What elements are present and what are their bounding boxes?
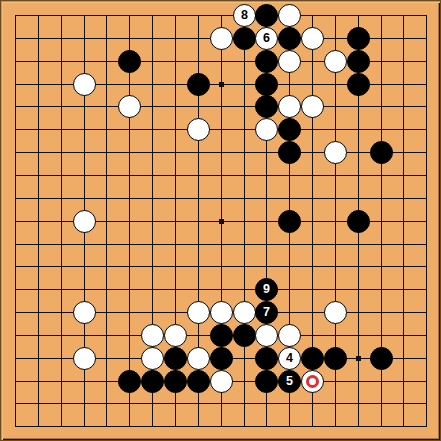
stone-black[interactable]	[278, 118, 301, 141]
move-number-label: 5	[286, 375, 293, 388]
stone-black[interactable]	[278, 141, 301, 164]
hoshi-point	[219, 219, 224, 224]
stone-black[interactable]	[370, 141, 393, 164]
stone-black[interactable]	[233, 27, 256, 50]
grid-line-vertical	[403, 15, 404, 427]
stone-black[interactable]	[278, 27, 301, 50]
stone-black[interactable]	[347, 27, 370, 50]
stone-black[interactable]	[255, 4, 278, 27]
stone-black[interactable]	[278, 210, 301, 233]
move-number-label: 8	[241, 9, 248, 22]
hoshi-point	[356, 356, 361, 361]
stone-white[interactable]	[301, 27, 324, 50]
stone-black[interactable]	[347, 50, 370, 73]
stone-black-move-9[interactable]: 9	[255, 278, 278, 301]
stone-black[interactable]	[210, 347, 233, 370]
grid-line-horizontal	[15, 403, 427, 404]
stone-white[interactable]	[301, 95, 324, 118]
grid-line-horizontal	[15, 266, 427, 267]
stone-white[interactable]	[210, 301, 233, 324]
stone-white[interactable]	[278, 50, 301, 73]
stone-white[interactable]	[255, 324, 278, 347]
stone-white[interactable]	[73, 210, 96, 233]
stone-white[interactable]	[141, 324, 164, 347]
stone-black[interactable]	[255, 73, 278, 96]
move-number-label: 4	[286, 352, 293, 365]
stone-black[interactable]	[255, 95, 278, 118]
grid-line-vertical	[426, 15, 427, 427]
stone-black[interactable]	[324, 347, 347, 370]
stone-white[interactable]	[210, 370, 233, 393]
stone-white[interactable]	[301, 370, 324, 393]
stone-white[interactable]	[73, 347, 96, 370]
stone-white-move-6[interactable]: 6	[255, 27, 278, 50]
stone-white[interactable]	[255, 118, 278, 141]
stone-black[interactable]	[141, 370, 164, 393]
stone-black[interactable]	[301, 347, 324, 370]
stone-white[interactable]	[187, 118, 210, 141]
stone-white-move-4[interactable]: 4	[278, 347, 301, 370]
grid-line-horizontal	[15, 289, 427, 290]
go-diagram: 869745	[0, 0, 441, 441]
stone-black[interactable]	[370, 347, 393, 370]
stone-white[interactable]	[164, 324, 187, 347]
stone-black[interactable]	[164, 370, 187, 393]
circle-marker	[306, 375, 319, 388]
stone-white-move-8[interactable]: 8	[233, 4, 256, 27]
stone-black[interactable]	[187, 73, 210, 96]
stone-white[interactable]	[233, 301, 256, 324]
stone-black[interactable]	[255, 347, 278, 370]
move-number-label: 7	[263, 306, 270, 319]
grid-line-horizontal	[15, 244, 427, 245]
stone-white[interactable]	[118, 95, 141, 118]
stone-white[interactable]	[141, 347, 164, 370]
stone-white[interactable]	[324, 301, 347, 324]
stone-white[interactable]	[73, 301, 96, 324]
stone-black[interactable]	[347, 73, 370, 96]
stone-black[interactable]	[118, 370, 141, 393]
stone-white[interactable]	[187, 347, 210, 370]
stone-black[interactable]	[347, 210, 370, 233]
move-number-label: 6	[263, 32, 270, 45]
hoshi-point	[219, 82, 224, 87]
stone-white[interactable]	[324, 141, 347, 164]
grid-line-vertical	[244, 15, 245, 427]
stone-white[interactable]	[324, 50, 347, 73]
stone-white[interactable]	[73, 73, 96, 96]
stone-black[interactable]	[233, 324, 256, 347]
stone-black-move-7[interactable]: 7	[255, 301, 278, 324]
stone-white[interactable]	[278, 95, 301, 118]
stone-black[interactable]	[255, 370, 278, 393]
stone-white[interactable]	[278, 324, 301, 347]
stone-white[interactable]	[210, 27, 233, 50]
stone-black[interactable]	[118, 50, 141, 73]
stone-white[interactable]	[278, 4, 301, 27]
stone-black[interactable]	[164, 347, 187, 370]
move-number-label: 9	[263, 283, 270, 296]
stone-black[interactable]	[187, 370, 210, 393]
stone-white[interactable]	[187, 301, 210, 324]
grid-line-horizontal	[15, 426, 427, 427]
stone-black[interactable]	[255, 50, 278, 73]
stone-black[interactable]	[210, 324, 233, 347]
stone-black-move-5[interactable]: 5	[278, 370, 301, 393]
go-board[interactable]: 869745	[0, 0, 441, 441]
